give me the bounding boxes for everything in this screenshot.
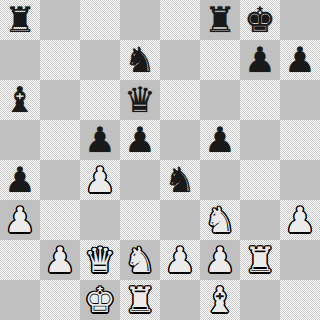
square-e7[interactable]	[160, 40, 200, 80]
piece-white-bishop[interactable]: ♝	[200, 280, 240, 320]
piece-white-rook[interactable]: ♜	[120, 280, 160, 320]
square-h5[interactable]	[280, 120, 320, 160]
square-c5[interactable]: ♟	[80, 120, 120, 160]
square-f8[interactable]: ♜	[200, 0, 240, 40]
square-c3[interactable]	[80, 200, 120, 240]
square-a5[interactable]	[0, 120, 40, 160]
square-h7[interactable]: ♟	[280, 40, 320, 80]
piece-white-pawn[interactable]: ♟	[200, 240, 240, 280]
square-f5[interactable]: ♟	[200, 120, 240, 160]
square-g6[interactable]	[240, 80, 280, 120]
square-a8[interactable]: ♜	[0, 0, 40, 40]
square-e5[interactable]	[160, 120, 200, 160]
square-h1[interactable]	[280, 280, 320, 320]
piece-black-pawn[interactable]: ♟	[200, 120, 240, 160]
square-d2[interactable]: ♞	[120, 240, 160, 280]
square-e8[interactable]	[160, 0, 200, 40]
piece-black-pawn[interactable]: ♟	[120, 120, 160, 160]
square-c7[interactable]	[80, 40, 120, 80]
square-e1[interactable]	[160, 280, 200, 320]
square-b8[interactable]	[40, 0, 80, 40]
square-b2[interactable]: ♟	[40, 240, 80, 280]
square-a2[interactable]	[0, 240, 40, 280]
square-h8[interactable]	[280, 0, 320, 40]
square-c1[interactable]: ♚	[80, 280, 120, 320]
square-c2[interactable]: ♛	[80, 240, 120, 280]
square-e2[interactable]: ♟	[160, 240, 200, 280]
piece-white-rook[interactable]: ♜	[240, 240, 280, 280]
piece-white-pawn[interactable]: ♟	[40, 240, 80, 280]
square-b3[interactable]	[40, 200, 80, 240]
piece-white-knight[interactable]: ♞	[120, 240, 160, 280]
piece-white-king[interactable]: ♚	[80, 280, 120, 320]
square-f7[interactable]	[200, 40, 240, 80]
square-e3[interactable]	[160, 200, 200, 240]
square-d4[interactable]	[120, 160, 160, 200]
square-h2[interactable]	[280, 240, 320, 280]
square-a4[interactable]: ♟	[0, 160, 40, 200]
piece-black-rook[interactable]: ♜	[200, 0, 240, 40]
piece-white-knight[interactable]: ♞	[200, 200, 240, 240]
square-d5[interactable]: ♟	[120, 120, 160, 160]
square-c6[interactable]	[80, 80, 120, 120]
square-g4[interactable]	[240, 160, 280, 200]
square-d8[interactable]	[120, 0, 160, 40]
square-d6[interactable]: ♛	[120, 80, 160, 120]
square-b1[interactable]	[40, 280, 80, 320]
square-a3[interactable]: ♟	[0, 200, 40, 240]
square-b6[interactable]	[40, 80, 80, 120]
square-d3[interactable]	[120, 200, 160, 240]
square-b4[interactable]	[40, 160, 80, 200]
square-g7[interactable]: ♟	[240, 40, 280, 80]
piece-black-pawn[interactable]: ♟	[280, 40, 320, 80]
piece-black-rook[interactable]: ♜	[0, 0, 40, 40]
square-h4[interactable]	[280, 160, 320, 200]
piece-black-pawn[interactable]: ♟	[80, 120, 120, 160]
square-c4[interactable]: ♟	[80, 160, 120, 200]
piece-black-pawn[interactable]: ♟	[0, 160, 40, 200]
square-a7[interactable]	[0, 40, 40, 80]
piece-black-bishop[interactable]: ♝	[0, 80, 40, 120]
square-f1[interactable]: ♝	[200, 280, 240, 320]
square-d1[interactable]: ♜	[120, 280, 160, 320]
piece-white-pawn[interactable]: ♟	[160, 240, 200, 280]
piece-white-queen[interactable]: ♛	[80, 240, 120, 280]
piece-black-knight[interactable]: ♞	[160, 160, 200, 200]
square-c8[interactable]	[80, 0, 120, 40]
chess-board: ♜♜♚♞♟♟♝♛♟♟♟♟♟♞♟♞♟♟♛♞♟♟♜♚♜♝	[0, 0, 320, 320]
square-g5[interactable]	[240, 120, 280, 160]
square-g2[interactable]: ♜	[240, 240, 280, 280]
piece-black-knight[interactable]: ♞	[120, 40, 160, 80]
piece-white-pawn[interactable]: ♟	[0, 200, 40, 240]
square-e6[interactable]	[160, 80, 200, 120]
square-d7[interactable]: ♞	[120, 40, 160, 80]
square-g3[interactable]	[240, 200, 280, 240]
square-g1[interactable]	[240, 280, 280, 320]
square-f4[interactable]	[200, 160, 240, 200]
square-a6[interactable]: ♝	[0, 80, 40, 120]
piece-white-pawn[interactable]: ♟	[80, 160, 120, 200]
piece-black-pawn[interactable]: ♟	[240, 40, 280, 80]
square-h6[interactable]	[280, 80, 320, 120]
square-b7[interactable]	[40, 40, 80, 80]
square-f3[interactable]: ♞	[200, 200, 240, 240]
piece-black-king[interactable]: ♚	[240, 0, 280, 40]
square-g8[interactable]: ♚	[240, 0, 280, 40]
square-f6[interactable]	[200, 80, 240, 120]
square-a1[interactable]	[0, 280, 40, 320]
square-b5[interactable]	[40, 120, 80, 160]
piece-black-queen[interactable]: ♛	[120, 80, 160, 120]
square-h3[interactable]: ♟	[280, 200, 320, 240]
square-f2[interactable]: ♟	[200, 240, 240, 280]
square-e4[interactable]: ♞	[160, 160, 200, 200]
piece-white-pawn[interactable]: ♟	[280, 200, 320, 240]
